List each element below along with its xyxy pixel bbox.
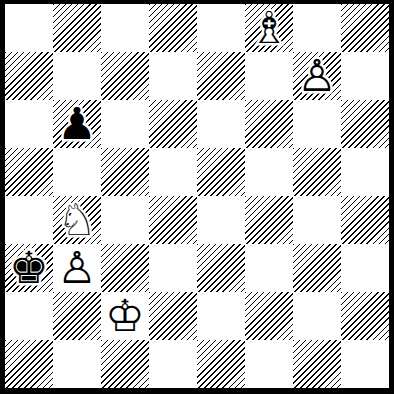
square-a1[interactable] <box>5 340 53 388</box>
square-e2[interactable] <box>197 292 245 340</box>
piece-glyph: ♘ <box>57 196 96 244</box>
square-c1[interactable] <box>101 340 149 388</box>
black-pawn[interactable]: ♟♟ <box>53 100 101 148</box>
square-c4[interactable] <box>101 196 149 244</box>
square-d3[interactable] <box>149 244 197 292</box>
piece-glyph: ♙ <box>57 244 96 292</box>
square-a5[interactable] <box>5 148 53 196</box>
square-d6[interactable] <box>149 100 197 148</box>
square-g1[interactable] <box>293 340 341 388</box>
square-b6[interactable]: ♟♟ <box>53 100 101 148</box>
square-c7[interactable] <box>101 52 149 100</box>
chess-board: ♝♗♟♙♟♟♞♘♚♚♟♙♚♔ <box>5 4 389 388</box>
square-f4[interactable] <box>245 196 293 244</box>
square-d7[interactable] <box>149 52 197 100</box>
square-c5[interactable] <box>101 148 149 196</box>
square-b5[interactable] <box>53 148 101 196</box>
square-c3[interactable] <box>101 244 149 292</box>
white-knight[interactable]: ♞♘ <box>53 196 101 244</box>
square-e1[interactable] <box>197 340 245 388</box>
square-a3[interactable]: ♚♚ <box>5 244 53 292</box>
square-h2[interactable] <box>341 292 389 340</box>
square-h1[interactable] <box>341 340 389 388</box>
square-e7[interactable] <box>197 52 245 100</box>
square-e8[interactable] <box>197 4 245 52</box>
white-pawn[interactable]: ♟♙ <box>293 52 341 100</box>
square-g5[interactable] <box>293 148 341 196</box>
square-h4[interactable] <box>341 196 389 244</box>
square-b8[interactable] <box>53 4 101 52</box>
square-g7[interactable]: ♟♙ <box>293 52 341 100</box>
square-f8[interactable]: ♝♗ <box>245 4 293 52</box>
square-g6[interactable] <box>293 100 341 148</box>
square-b7[interactable] <box>53 52 101 100</box>
square-d4[interactable] <box>149 196 197 244</box>
square-f6[interactable] <box>245 100 293 148</box>
square-g3[interactable] <box>293 244 341 292</box>
square-e4[interactable] <box>197 196 245 244</box>
piece-glyph: ♙ <box>297 52 336 100</box>
square-g8[interactable] <box>293 4 341 52</box>
white-king[interactable]: ♚♔ <box>101 292 149 340</box>
square-d5[interactable] <box>149 148 197 196</box>
board-frame: ♝♗♟♙♟♟♞♘♚♚♟♙♚♔ <box>0 0 394 394</box>
square-b1[interactable] <box>53 340 101 388</box>
square-f3[interactable] <box>245 244 293 292</box>
square-b4[interactable]: ♞♘ <box>53 196 101 244</box>
piece-glyph: ♟ <box>57 100 96 148</box>
square-a4[interactable] <box>5 196 53 244</box>
black-king[interactable]: ♚♚ <box>5 244 53 292</box>
square-c8[interactable] <box>101 4 149 52</box>
square-h7[interactable] <box>341 52 389 100</box>
square-e6[interactable] <box>197 100 245 148</box>
square-c2[interactable]: ♚♔ <box>101 292 149 340</box>
piece-glyph: ♗ <box>249 4 288 52</box>
square-a8[interactable] <box>5 4 53 52</box>
piece-glyph: ♔ <box>105 292 144 340</box>
square-e3[interactable] <box>197 244 245 292</box>
white-pawn[interactable]: ♟♙ <box>53 244 101 292</box>
square-e5[interactable] <box>197 148 245 196</box>
piece-glyph: ♚ <box>9 244 48 292</box>
square-a7[interactable] <box>5 52 53 100</box>
square-b3[interactable]: ♟♙ <box>53 244 101 292</box>
square-d8[interactable] <box>149 4 197 52</box>
square-d2[interactable] <box>149 292 197 340</box>
square-f1[interactable] <box>245 340 293 388</box>
square-g4[interactable] <box>293 196 341 244</box>
square-h3[interactable] <box>341 244 389 292</box>
square-h8[interactable] <box>341 4 389 52</box>
square-f5[interactable] <box>245 148 293 196</box>
white-bishop[interactable]: ♝♗ <box>245 4 293 52</box>
square-b2[interactable] <box>53 292 101 340</box>
square-h5[interactable] <box>341 148 389 196</box>
square-c6[interactable] <box>101 100 149 148</box>
square-a6[interactable] <box>5 100 53 148</box>
square-h6[interactable] <box>341 100 389 148</box>
square-f2[interactable] <box>245 292 293 340</box>
square-f7[interactable] <box>245 52 293 100</box>
square-a2[interactable] <box>5 292 53 340</box>
square-d1[interactable] <box>149 340 197 388</box>
square-g2[interactable] <box>293 292 341 340</box>
